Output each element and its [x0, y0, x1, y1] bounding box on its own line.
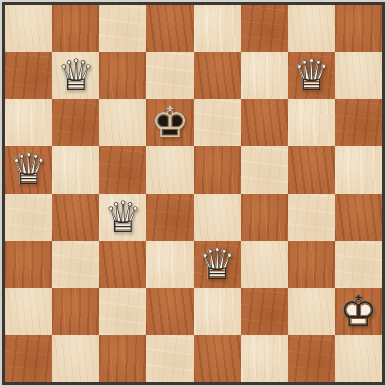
- square-h1[interactable]: [335, 335, 382, 382]
- white-queen[interactable]: ♛♕: [194, 241, 241, 288]
- square-g5[interactable]: [288, 146, 335, 193]
- white-queen[interactable]: ♛♕: [5, 146, 52, 193]
- square-b6[interactable]: [52, 99, 99, 146]
- square-c5[interactable]: [99, 146, 146, 193]
- square-f7[interactable]: [241, 52, 288, 99]
- black-king-glyph-outline: ♔: [146, 99, 193, 146]
- square-a7[interactable]: [5, 52, 52, 99]
- square-d8[interactable]: [146, 5, 193, 52]
- white-queen[interactable]: ♛♕: [99, 194, 146, 241]
- square-f6[interactable]: [241, 99, 288, 146]
- square-d1[interactable]: [146, 335, 193, 382]
- square-g4[interactable]: [288, 194, 335, 241]
- square-c7[interactable]: [99, 52, 146, 99]
- square-e2[interactable]: [194, 288, 241, 335]
- square-b7[interactable]: ♛♕: [52, 52, 99, 99]
- square-e6[interactable]: [194, 99, 241, 146]
- square-d2[interactable]: [146, 288, 193, 335]
- square-e4[interactable]: [194, 194, 241, 241]
- square-g7[interactable]: ♛♕: [288, 52, 335, 99]
- square-b2[interactable]: [52, 288, 99, 335]
- square-d7[interactable]: [146, 52, 193, 99]
- square-d5[interactable]: [146, 146, 193, 193]
- white-queen-glyph-outline: ♕: [194, 241, 241, 288]
- square-b3[interactable]: [52, 241, 99, 288]
- white-queen-glyph-outline: ♕: [99, 194, 146, 241]
- square-a4[interactable]: [5, 194, 52, 241]
- square-d4[interactable]: [146, 194, 193, 241]
- square-a8[interactable]: [5, 5, 52, 52]
- white-queen-glyph-outline: ♕: [288, 52, 335, 99]
- white-queen-glyph-outline: ♕: [52, 52, 99, 99]
- square-c8[interactable]: [99, 5, 146, 52]
- square-e8[interactable]: [194, 5, 241, 52]
- square-e1[interactable]: [194, 335, 241, 382]
- white-queen[interactable]: ♛♕: [52, 52, 99, 99]
- square-c4[interactable]: ♛♕: [99, 194, 146, 241]
- square-h2[interactable]: ♚♔: [335, 288, 382, 335]
- square-f8[interactable]: [241, 5, 288, 52]
- square-d3[interactable]: [146, 241, 193, 288]
- white-queen[interactable]: ♛♕: [288, 52, 335, 99]
- chess-board: ♛♕♛♕♚♔♛♕♛♕♛♕♚♔: [2, 2, 385, 385]
- white-king-glyph-outline: ♔: [335, 288, 382, 335]
- square-e5[interactable]: [194, 146, 241, 193]
- square-c1[interactable]: [99, 335, 146, 382]
- square-a3[interactable]: [5, 241, 52, 288]
- square-g1[interactable]: [288, 335, 335, 382]
- square-e7[interactable]: [194, 52, 241, 99]
- chess-board-frame: ♛♕♛♕♚♔♛♕♛♕♛♕♚♔: [0, 0, 387, 387]
- square-a5[interactable]: ♛♕: [5, 146, 52, 193]
- square-h7[interactable]: [335, 52, 382, 99]
- square-f4[interactable]: [241, 194, 288, 241]
- square-a2[interactable]: [5, 288, 52, 335]
- square-h3[interactable]: [335, 241, 382, 288]
- white-king[interactable]: ♚♔: [335, 288, 382, 335]
- white-queen-glyph-outline: ♕: [5, 146, 52, 193]
- square-c3[interactable]: [99, 241, 146, 288]
- black-king[interactable]: ♚♔: [146, 99, 193, 146]
- square-h5[interactable]: [335, 146, 382, 193]
- square-f2[interactable]: [241, 288, 288, 335]
- square-b5[interactable]: [52, 146, 99, 193]
- square-b8[interactable]: [52, 5, 99, 52]
- square-g3[interactable]: [288, 241, 335, 288]
- square-g8[interactable]: [288, 5, 335, 52]
- square-b4[interactable]: [52, 194, 99, 241]
- square-b1[interactable]: [52, 335, 99, 382]
- square-g2[interactable]: [288, 288, 335, 335]
- square-a6[interactable]: [5, 99, 52, 146]
- square-e3[interactable]: ♛♕: [194, 241, 241, 288]
- square-c2[interactable]: [99, 288, 146, 335]
- square-a1[interactable]: [5, 335, 52, 382]
- square-h6[interactable]: [335, 99, 382, 146]
- square-h4[interactable]: [335, 194, 382, 241]
- square-g6[interactable]: [288, 99, 335, 146]
- square-f5[interactable]: [241, 146, 288, 193]
- square-c6[interactable]: [99, 99, 146, 146]
- square-d6[interactable]: ♚♔: [146, 99, 193, 146]
- square-h8[interactable]: [335, 5, 382, 52]
- square-f1[interactable]: [241, 335, 288, 382]
- square-f3[interactable]: [241, 241, 288, 288]
